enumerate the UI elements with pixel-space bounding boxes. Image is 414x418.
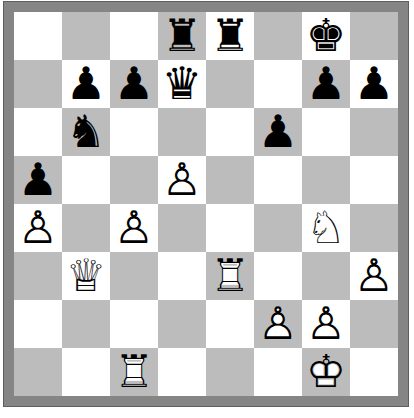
square-g8[interactable]: ♚ xyxy=(302,12,350,60)
square-g1[interactable]: ♚♔ xyxy=(302,348,350,396)
square-e8[interactable]: ♜ xyxy=(206,12,254,60)
piece-glyph: ♟ xyxy=(110,60,158,108)
piece-outline-glyph: ♙ xyxy=(110,204,158,252)
square-g5[interactable] xyxy=(302,156,350,204)
square-b8[interactable] xyxy=(62,12,110,60)
square-a3[interactable] xyxy=(14,252,62,300)
square-h3[interactable]: ♟♙ xyxy=(350,252,398,300)
square-g4[interactable]: ♞♘ xyxy=(302,204,350,252)
piece-outline-glyph: ♙ xyxy=(158,156,206,204)
piece-glyph: ♟ xyxy=(62,60,110,108)
square-h7[interactable]: ♟ xyxy=(350,60,398,108)
square-f2[interactable]: ♟♙ xyxy=(254,300,302,348)
piece-glyph: ♟ xyxy=(350,60,398,108)
square-b7[interactable]: ♟ xyxy=(62,60,110,108)
piece-glyph: ♜ xyxy=(206,12,254,60)
square-f3[interactable] xyxy=(254,252,302,300)
board-frame: ♜♜♚♟♟♛♟♟♞♟♟♟♙♟♙♟♙♞♘♛♕♜♖♟♙♟♙♟♙♜♖♚♔ xyxy=(4,2,408,406)
white-pawn-a4: ♟♙ xyxy=(14,204,62,252)
square-e5[interactable] xyxy=(206,156,254,204)
chess-board: ♜♜♚♟♟♛♟♟♞♟♟♟♙♟♙♟♙♞♘♛♕♜♖♟♙♟♙♟♙♜♖♚♔ xyxy=(14,12,398,396)
piece-glyph: ♛ xyxy=(158,60,206,108)
piece-outline-glyph: ♖ xyxy=(206,252,254,300)
square-f7[interactable] xyxy=(254,60,302,108)
black-queen-d7: ♛ xyxy=(158,60,206,108)
piece-glyph: ♜ xyxy=(158,12,206,60)
piece-glyph: ♚ xyxy=(302,12,350,60)
black-knight-b6: ♞ xyxy=(62,108,110,156)
piece-outline-glyph: ♙ xyxy=(350,252,398,300)
square-a6[interactable] xyxy=(14,108,62,156)
square-d3[interactable] xyxy=(158,252,206,300)
piece-outline-glyph: ♖ xyxy=(110,348,158,396)
square-e6[interactable] xyxy=(206,108,254,156)
black-rook-e8: ♜ xyxy=(206,12,254,60)
piece-glyph: ♞ xyxy=(62,108,110,156)
square-h1[interactable] xyxy=(350,348,398,396)
black-pawn-b7: ♟ xyxy=(62,60,110,108)
square-a4[interactable]: ♟♙ xyxy=(14,204,62,252)
square-a2[interactable] xyxy=(14,300,62,348)
chess-diagram-page: ♜♜♚♟♟♛♟♟♞♟♟♟♙♟♙♟♙♞♘♛♕♜♖♟♙♟♙♟♙♜♖♚♔ xyxy=(0,0,414,418)
square-g7[interactable]: ♟ xyxy=(302,60,350,108)
square-h2[interactable] xyxy=(350,300,398,348)
square-d7[interactable]: ♛ xyxy=(158,60,206,108)
piece-outline-glyph: ♙ xyxy=(14,204,62,252)
black-pawn-h7: ♟ xyxy=(350,60,398,108)
square-b1[interactable] xyxy=(62,348,110,396)
square-f6[interactable]: ♟ xyxy=(254,108,302,156)
white-pawn-f2: ♟♙ xyxy=(254,300,302,348)
square-f4[interactable] xyxy=(254,204,302,252)
square-f5[interactable] xyxy=(254,156,302,204)
square-c3[interactable] xyxy=(110,252,158,300)
square-d5[interactable]: ♟♙ xyxy=(158,156,206,204)
square-c5[interactable] xyxy=(110,156,158,204)
square-b3[interactable]: ♛♕ xyxy=(62,252,110,300)
piece-outline-glyph: ♙ xyxy=(254,300,302,348)
white-queen-b3: ♛♕ xyxy=(62,252,110,300)
square-b4[interactable] xyxy=(62,204,110,252)
white-pawn-h3: ♟♙ xyxy=(350,252,398,300)
white-pawn-c4: ♟♙ xyxy=(110,204,158,252)
square-b5[interactable] xyxy=(62,156,110,204)
black-rook-d8: ♜ xyxy=(158,12,206,60)
white-pawn-g2: ♟♙ xyxy=(302,300,350,348)
square-h6[interactable] xyxy=(350,108,398,156)
white-rook-e3: ♜♖ xyxy=(206,252,254,300)
square-c1[interactable]: ♜♖ xyxy=(110,348,158,396)
square-g3[interactable] xyxy=(302,252,350,300)
piece-glyph: ♟ xyxy=(14,156,62,204)
square-c7[interactable]: ♟ xyxy=(110,60,158,108)
white-pawn-d5: ♟♙ xyxy=(158,156,206,204)
square-e3[interactable]: ♜♖ xyxy=(206,252,254,300)
white-rook-c1: ♜♖ xyxy=(110,348,158,396)
square-f1[interactable] xyxy=(254,348,302,396)
square-c8[interactable] xyxy=(110,12,158,60)
square-e1[interactable] xyxy=(206,348,254,396)
square-c4[interactable]: ♟♙ xyxy=(110,204,158,252)
square-g6[interactable] xyxy=(302,108,350,156)
piece-glyph: ♟ xyxy=(302,60,350,108)
square-d6[interactable] xyxy=(158,108,206,156)
square-d8[interactable]: ♜ xyxy=(158,12,206,60)
black-pawn-a5: ♟ xyxy=(14,156,62,204)
black-pawn-f6: ♟ xyxy=(254,108,302,156)
square-e2[interactable] xyxy=(206,300,254,348)
square-e4[interactable] xyxy=(206,204,254,252)
square-c2[interactable] xyxy=(110,300,158,348)
black-king-g8: ♚ xyxy=(302,12,350,60)
white-knight-g4: ♞♘ xyxy=(302,204,350,252)
piece-outline-glyph: ♕ xyxy=(62,252,110,300)
square-g2[interactable]: ♟♙ xyxy=(302,300,350,348)
square-e7[interactable] xyxy=(206,60,254,108)
white-king-g1: ♚♔ xyxy=(302,348,350,396)
black-pawn-c7: ♟ xyxy=(110,60,158,108)
square-a8[interactable] xyxy=(14,12,62,60)
square-h8[interactable] xyxy=(350,12,398,60)
square-b6[interactable]: ♞ xyxy=(62,108,110,156)
square-d1[interactable] xyxy=(158,348,206,396)
piece-outline-glyph: ♙ xyxy=(302,300,350,348)
square-a1[interactable] xyxy=(14,348,62,396)
piece-glyph: ♟ xyxy=(254,108,302,156)
square-d2[interactable] xyxy=(158,300,206,348)
square-a7[interactable] xyxy=(14,60,62,108)
piece-outline-glyph: ♘ xyxy=(302,204,350,252)
square-h4[interactable] xyxy=(350,204,398,252)
square-h5[interactable] xyxy=(350,156,398,204)
black-pawn-g7: ♟ xyxy=(302,60,350,108)
square-f8[interactable] xyxy=(254,12,302,60)
square-d4[interactable] xyxy=(158,204,206,252)
piece-outline-glyph: ♔ xyxy=(302,348,350,396)
square-c6[interactable] xyxy=(110,108,158,156)
square-a5[interactable]: ♟ xyxy=(14,156,62,204)
square-b2[interactable] xyxy=(62,300,110,348)
